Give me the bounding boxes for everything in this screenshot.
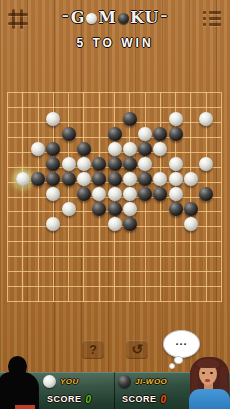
stone-white xyxy=(199,112,213,126)
stone-white xyxy=(62,202,76,216)
game-title: –GMKU– xyxy=(0,4,230,29)
player-right-info: JI-WOO SCORE 0 xyxy=(117,374,189,408)
stone-black xyxy=(153,187,167,201)
stone-black xyxy=(153,127,167,141)
stone-black xyxy=(92,157,106,171)
stone-black xyxy=(108,172,122,186)
undo-button[interactable]: ↺ xyxy=(126,340,148,359)
player-left-score-value: 0 xyxy=(86,394,92,405)
stone-black xyxy=(46,172,60,186)
stone-white xyxy=(108,142,122,156)
stone-white xyxy=(184,172,198,186)
stone-white xyxy=(108,187,122,201)
stone-white xyxy=(77,157,91,171)
title-letter-g: G xyxy=(71,8,86,27)
stone-white xyxy=(184,217,198,231)
player-right-score-value: 0 xyxy=(161,394,167,405)
stone-black xyxy=(92,172,106,186)
stone-black xyxy=(138,142,152,156)
stone-black xyxy=(123,157,137,171)
stone-black xyxy=(123,112,137,126)
stone-white xyxy=(123,142,137,156)
white-stone-icon xyxy=(86,13,97,24)
stone-white xyxy=(46,217,60,231)
question-icon: ? xyxy=(89,342,97,357)
gomoku-app: –GMKU– 5 TO WIN ? ↺ ... YOU SCORE 0 JI-W… xyxy=(0,0,230,409)
stone-white xyxy=(169,112,183,126)
stone-black xyxy=(123,217,137,231)
stone-white xyxy=(92,187,106,201)
player-left-white-stone-icon xyxy=(43,375,56,388)
player-left-info: YOU SCORE 0 xyxy=(36,374,114,408)
stone-black xyxy=(62,127,76,141)
stone-white xyxy=(153,142,167,156)
stone-white xyxy=(46,187,60,201)
stone-black xyxy=(62,172,76,186)
stone-black xyxy=(138,187,152,201)
score-panel-divider xyxy=(114,372,115,409)
stone-white xyxy=(62,157,76,171)
title-ornament-left: – xyxy=(62,4,70,26)
stone-white xyxy=(169,187,183,201)
stone-black xyxy=(77,187,91,201)
stone-white xyxy=(77,172,91,186)
stone-black xyxy=(199,187,213,201)
stone-black xyxy=(46,142,60,156)
stone-black xyxy=(169,202,183,216)
stone-black xyxy=(46,157,60,171)
player-right-avatar-portrait xyxy=(188,357,230,409)
stone-black xyxy=(108,157,122,171)
thought-bubble-dots: ... xyxy=(175,335,187,347)
stone-black xyxy=(184,202,198,216)
stone-white xyxy=(31,142,45,156)
thought-bubble-tail xyxy=(169,363,175,369)
stone-white xyxy=(123,202,137,216)
undo-arrow-icon: ↺ xyxy=(131,341,143,357)
stone-white xyxy=(16,172,30,186)
stone-black xyxy=(108,202,122,216)
player-left-avatar-silhouette xyxy=(0,353,42,409)
hint-button[interactable]: ? xyxy=(82,340,104,359)
title-ornament-right: – xyxy=(160,4,168,26)
board[interactable] xyxy=(7,92,222,302)
title-letters-ku: KU xyxy=(130,8,159,27)
player-left-score-label: SCORE xyxy=(47,394,82,404)
stone-white xyxy=(169,172,183,186)
stone-black xyxy=(92,202,106,216)
stone-black xyxy=(138,172,152,186)
stone-white xyxy=(153,172,167,186)
stone-black xyxy=(77,142,91,156)
thought-bubble-tail xyxy=(174,356,183,364)
stone-white xyxy=(138,157,152,171)
title-letter-m: M xyxy=(98,8,117,27)
black-stone-icon xyxy=(118,13,129,24)
thought-bubble: ... xyxy=(163,330,200,358)
stone-black xyxy=(169,127,183,141)
stone-white xyxy=(199,157,213,171)
player-right-name: JI-WOO xyxy=(135,377,167,386)
stone-black xyxy=(31,172,45,186)
stone-white xyxy=(169,157,183,171)
stone-white xyxy=(123,172,137,186)
stone-white xyxy=(46,112,60,126)
player-right-score-label: SCORE xyxy=(122,394,157,404)
player-right-black-stone-icon xyxy=(118,375,131,388)
stone-black xyxy=(108,127,122,141)
player-left-name: YOU xyxy=(60,377,79,386)
stone-white xyxy=(108,217,122,231)
stone-white xyxy=(123,187,137,201)
stone-white xyxy=(138,127,152,141)
win-condition-label: 5 TO WIN xyxy=(0,36,230,50)
